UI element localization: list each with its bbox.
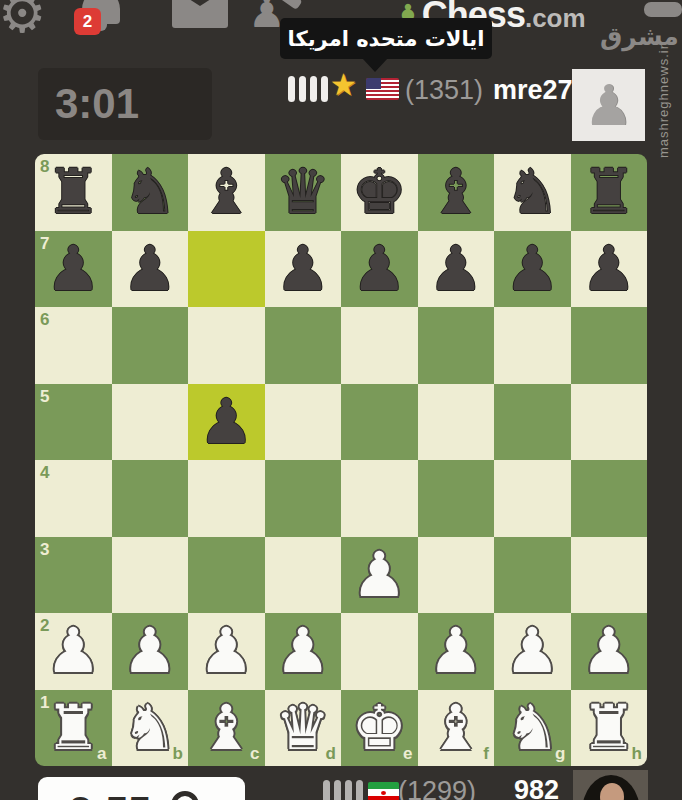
avatar-pawn-icon: ♟	[583, 73, 633, 138]
square-b8[interactable]: ♞	[112, 154, 189, 231]
piece-black-rook[interactable]: ♜	[35, 154, 112, 231]
square-f2[interactable]: ♟	[418, 613, 495, 690]
player-username[interactable]: 982	[514, 775, 559, 800]
square-c4[interactable]	[188, 460, 265, 537]
piece-black-bishop[interactable]: ♝	[418, 154, 495, 231]
square-h2[interactable]: ♟	[571, 613, 648, 690]
piece-white-bishop[interactable]: ♝	[188, 690, 265, 767]
square-d1[interactable]: d♛	[265, 690, 342, 767]
square-e1[interactable]: e♚	[341, 690, 418, 767]
opponent-rating: (1351)	[405, 75, 483, 106]
rating-bars-icon	[323, 780, 363, 800]
piece-white-pawn[interactable]: ♟	[571, 613, 648, 690]
player-clock-time: 2:55	[69, 788, 151, 800]
square-a2[interactable]: 2♟	[35, 613, 112, 690]
iran-flag-icon	[368, 782, 399, 800]
messages-envelope-icon[interactable]	[172, 0, 228, 28]
square-d5[interactable]	[265, 384, 342, 461]
notification-badge: 2	[74, 8, 101, 35]
logo-suffix: .com	[525, 3, 586, 34]
tooltip-arrow	[362, 58, 388, 72]
watermark-site-text: mashreghnews.ir	[656, 44, 671, 158]
square-e4[interactable]	[341, 460, 418, 537]
piece-black-pawn[interactable]: ♟	[494, 231, 571, 308]
piece-white-pawn[interactable]: ♟	[265, 613, 342, 690]
square-g5[interactable]	[494, 384, 571, 461]
square-b6[interactable]	[112, 307, 189, 384]
square-d8[interactable]: ♛	[265, 154, 342, 231]
square-d3[interactable]	[265, 537, 342, 614]
square-h7[interactable]: ♟	[571, 231, 648, 308]
square-h5[interactable]	[571, 384, 648, 461]
square-d6[interactable]	[265, 307, 342, 384]
square-b1[interactable]: b♞	[112, 690, 189, 767]
square-e3[interactable]: ♟	[341, 537, 418, 614]
square-b3[interactable]	[112, 537, 189, 614]
player-clock: 2:55	[38, 777, 245, 800]
square-a5[interactable]: 5	[35, 384, 112, 461]
square-g8[interactable]: ♞	[494, 154, 571, 231]
rank-label-3: 3	[40, 540, 49, 560]
piece-black-queen[interactable]: ♛	[265, 154, 342, 231]
piece-black-pawn[interactable]: ♟	[188, 384, 265, 461]
square-h6[interactable]	[571, 307, 648, 384]
square-d7[interactable]: ♟	[265, 231, 342, 308]
square-g1[interactable]: g♞	[494, 690, 571, 767]
settings-gear-icon[interactable]: ⚙	[0, 0, 46, 45]
square-e7[interactable]: ♟	[341, 231, 418, 308]
square-c7[interactable]	[188, 231, 265, 308]
rating-bars-icon	[288, 76, 328, 102]
piece-black-pawn[interactable]: ♟	[265, 231, 342, 308]
opponent-avatar[interactable]: ♟	[572, 69, 645, 141]
square-h1[interactable]: h♜	[571, 690, 648, 767]
square-e8[interactable]: ♚	[341, 154, 418, 231]
rank-label-4: 4	[40, 463, 49, 483]
piece-white-bishop[interactable]: ♝	[418, 690, 495, 767]
square-f6[interactable]	[418, 307, 495, 384]
square-f3[interactable]	[418, 537, 495, 614]
piece-black-bishop[interactable]: ♝	[188, 154, 265, 231]
piece-white-pawn[interactable]: ♟	[341, 537, 418, 614]
player-rating: (1299)	[398, 776, 476, 800]
piece-black-king[interactable]: ♚	[341, 154, 418, 231]
square-h8[interactable]: ♜	[571, 154, 648, 231]
piece-black-pawn[interactable]: ♟	[341, 231, 418, 308]
chess-board: 8♜♞♝♛♚♝♞♜7♟♟♟♟♟♟♟65♟43♟2♟♟♟♟♟♟♟1a♜b♞c♝d♛…	[35, 154, 647, 766]
piece-black-pawn[interactable]: ♟	[418, 231, 495, 308]
square-e5[interactable]	[341, 384, 418, 461]
square-d2[interactable]: ♟	[265, 613, 342, 690]
square-a6[interactable]: 6	[35, 307, 112, 384]
piece-white-pawn[interactable]: ♟	[418, 613, 495, 690]
opponent-username[interactable]: mre27	[493, 75, 573, 106]
us-flag-icon	[366, 78, 399, 100]
square-b7[interactable]: ♟	[112, 231, 189, 308]
piece-white-knight[interactable]: ♞	[494, 690, 571, 767]
square-c1[interactable]: c♝	[188, 690, 265, 767]
square-e6[interactable]	[341, 307, 418, 384]
piece-white-rook[interactable]: ♜	[571, 690, 648, 767]
square-a3[interactable]: 3	[35, 537, 112, 614]
piece-black-rook[interactable]: ♜	[571, 154, 648, 231]
square-h4[interactable]	[571, 460, 648, 537]
piece-white-king[interactable]: ♚	[341, 690, 418, 767]
opponent-clock: 3:01	[38, 68, 212, 140]
square-f4[interactable]	[418, 460, 495, 537]
piece-black-pawn[interactable]: ♟	[571, 231, 648, 308]
square-c2[interactable]: ♟	[188, 613, 265, 690]
rank-label-5: 5	[40, 387, 49, 407]
country-tooltip: ایالات متحده امریکا	[280, 18, 492, 59]
square-d4[interactable]	[265, 460, 342, 537]
square-f7[interactable]: ♟	[418, 231, 495, 308]
square-a8[interactable]: 8♜	[35, 154, 112, 231]
piece-white-pawn[interactable]: ♟	[188, 613, 265, 690]
piece-white-rook[interactable]: ♜	[35, 690, 112, 767]
piece-black-pawn[interactable]: ♟	[112, 231, 189, 308]
player-avatar[interactable]	[573, 770, 648, 800]
square-a4[interactable]: 4	[35, 460, 112, 537]
square-c8[interactable]: ♝	[188, 154, 265, 231]
piece-white-pawn[interactable]: ♟	[112, 613, 189, 690]
square-g6[interactable]	[494, 307, 571, 384]
square-b2[interactable]: ♟	[112, 613, 189, 690]
rank-label-6: 6	[40, 310, 49, 330]
square-e2[interactable]	[341, 613, 418, 690]
square-h3[interactable]	[571, 537, 648, 614]
square-c6[interactable]	[188, 307, 265, 384]
watermark-logo-shape	[644, 2, 682, 17]
square-c5[interactable]: ♟	[188, 384, 265, 461]
square-a1[interactable]: 1a♜	[35, 690, 112, 767]
square-c3[interactable]	[188, 537, 265, 614]
square-g7[interactable]: ♟	[494, 231, 571, 308]
square-g2[interactable]: ♟	[494, 613, 571, 690]
square-b5[interactable]	[112, 384, 189, 461]
square-f8[interactable]: ♝	[418, 154, 495, 231]
piece-white-pawn[interactable]: ♟	[35, 613, 112, 690]
piece-black-pawn[interactable]: ♟	[35, 231, 112, 308]
square-a7[interactable]: 7♟	[35, 231, 112, 308]
square-b4[interactable]	[112, 460, 189, 537]
square-g4[interactable]	[494, 460, 571, 537]
chess-app: ⚙ 2 ♟ ♟ Chess .com مشرق mashreghnews.ir …	[0, 0, 682, 800]
piece-white-queen[interactable]: ♛	[265, 690, 342, 767]
piece-white-pawn[interactable]: ♟	[494, 613, 571, 690]
piece-black-knight[interactable]: ♞	[494, 154, 571, 231]
star-icon: ★	[330, 67, 357, 102]
square-f5[interactable]	[418, 384, 495, 461]
square-g3[interactable]	[494, 537, 571, 614]
piece-white-knight[interactable]: ♞	[112, 690, 189, 767]
square-f1[interactable]: f♝	[418, 690, 495, 767]
piece-black-knight[interactable]: ♞	[112, 154, 189, 231]
clock-icon	[171, 791, 199, 800]
